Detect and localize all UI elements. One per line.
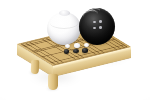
go-set-photo [0,0,150,100]
stones-layer [0,0,150,100]
black-go-stone [73,49,78,53]
black-go-stone [64,49,69,53]
black-go-stone [82,48,87,52]
white-go-stone [74,43,79,47]
white-go-stone [84,43,89,47]
white-go-stone [65,44,70,48]
